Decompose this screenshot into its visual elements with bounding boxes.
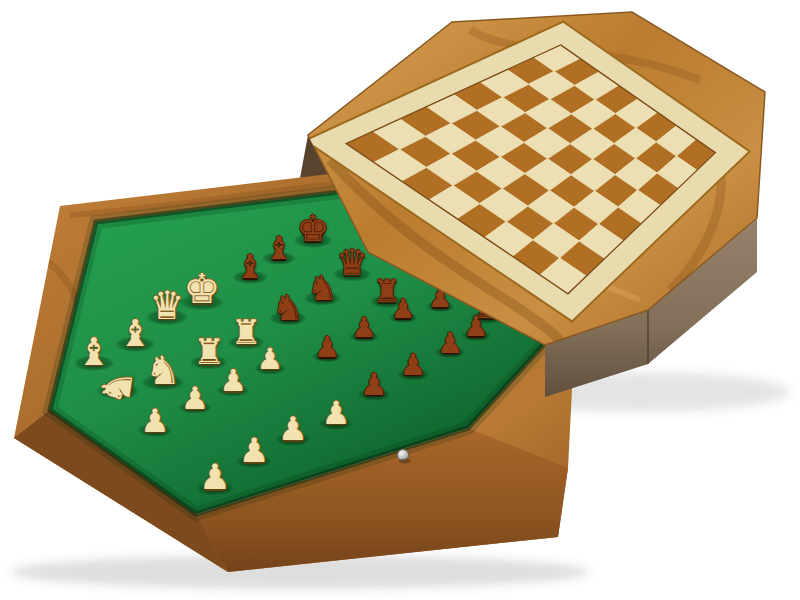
box-layer xyxy=(0,0,800,600)
chess-set-photo: ♝♝♛♚♞♞♜♜♟♟♟♟♟♟♟♟♝♝♚♛♞♞♜♜♟♟♟♟♟♟♟♟ xyxy=(0,0,800,600)
